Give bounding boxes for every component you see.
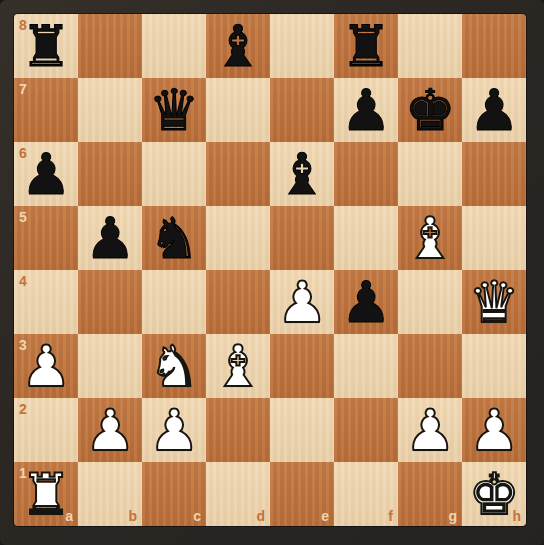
square-c4[interactable] <box>142 270 206 334</box>
square-e3[interactable] <box>270 334 334 398</box>
piece-black-pawn[interactable]: ♟ <box>84 206 135 270</box>
square-c3[interactable]: ♞ <box>142 334 206 398</box>
square-f3[interactable] <box>334 334 398 398</box>
file-label-e: e <box>321 509 329 523</box>
square-c8[interactable] <box>142 14 206 78</box>
piece-black-pawn[interactable]: ♟ <box>20 142 71 206</box>
piece-black-queen[interactable]: ♛ <box>148 78 199 142</box>
square-h1[interactable]: h♚ <box>462 462 526 526</box>
square-c6[interactable] <box>142 142 206 206</box>
square-d4[interactable] <box>206 270 270 334</box>
square-e6[interactable]: ♝ <box>270 142 334 206</box>
piece-black-knight[interactable]: ♞ <box>148 206 199 270</box>
square-d5[interactable] <box>206 206 270 270</box>
piece-white-queen[interactable]: ♛ <box>468 270 519 334</box>
square-a5[interactable]: 5 <box>14 206 78 270</box>
square-h7[interactable]: ♟ <box>462 78 526 142</box>
square-g6[interactable] <box>398 142 462 206</box>
square-g2[interactable]: ♟ <box>398 398 462 462</box>
square-a3[interactable]: 3♟ <box>14 334 78 398</box>
rank-label-4: 4 <box>19 274 27 288</box>
chess-board: 8♜♝♜7♛♟♚♟6♟♝5♟♞♝4♟♟♛3♟♞♝2♟♟♟♟1a♜bcdefgh♚ <box>14 14 526 526</box>
square-b8[interactable] <box>78 14 142 78</box>
square-e5[interactable] <box>270 206 334 270</box>
piece-white-rook[interactable]: ♜ <box>20 462 71 526</box>
square-f6[interactable] <box>334 142 398 206</box>
chess-board-frame: 8♜♝♜7♛♟♚♟6♟♝5♟♞♝4♟♟♛3♟♞♝2♟♟♟♟1a♜bcdefgh♚ <box>0 0 544 545</box>
square-a8[interactable]: 8♜ <box>14 14 78 78</box>
square-b6[interactable] <box>78 142 142 206</box>
piece-white-pawn[interactable]: ♟ <box>20 334 71 398</box>
square-f2[interactable] <box>334 398 398 462</box>
square-a4[interactable]: 4 <box>14 270 78 334</box>
piece-black-pawn[interactable]: ♟ <box>340 270 391 334</box>
square-d7[interactable] <box>206 78 270 142</box>
piece-white-bishop[interactable]: ♝ <box>212 334 263 398</box>
square-d8[interactable]: ♝ <box>206 14 270 78</box>
square-b1[interactable]: b <box>78 462 142 526</box>
piece-black-pawn[interactable]: ♟ <box>340 78 391 142</box>
piece-white-pawn[interactable]: ♟ <box>276 270 327 334</box>
square-h6[interactable] <box>462 142 526 206</box>
square-d1[interactable]: d <box>206 462 270 526</box>
square-h3[interactable] <box>462 334 526 398</box>
square-b3[interactable] <box>78 334 142 398</box>
piece-white-pawn[interactable]: ♟ <box>404 398 455 462</box>
file-label-f: f <box>388 509 393 523</box>
square-a7[interactable]: 7 <box>14 78 78 142</box>
square-d3[interactable]: ♝ <box>206 334 270 398</box>
square-f5[interactable] <box>334 206 398 270</box>
square-c1[interactable]: c <box>142 462 206 526</box>
square-f8[interactable]: ♜ <box>334 14 398 78</box>
square-h2[interactable]: ♟ <box>462 398 526 462</box>
square-a1[interactable]: 1a♜ <box>14 462 78 526</box>
piece-black-bishop[interactable]: ♝ <box>276 142 327 206</box>
square-e4[interactable]: ♟ <box>270 270 334 334</box>
square-g7[interactable]: ♚ <box>398 78 462 142</box>
square-a6[interactable]: 6♟ <box>14 142 78 206</box>
square-g3[interactable] <box>398 334 462 398</box>
square-h5[interactable] <box>462 206 526 270</box>
square-b2[interactable]: ♟ <box>78 398 142 462</box>
square-b4[interactable] <box>78 270 142 334</box>
piece-white-king[interactable]: ♚ <box>468 462 519 526</box>
square-e2[interactable] <box>270 398 334 462</box>
square-g1[interactable]: g <box>398 462 462 526</box>
piece-white-pawn[interactable]: ♟ <box>84 398 135 462</box>
piece-black-king[interactable]: ♚ <box>404 78 455 142</box>
file-label-d: d <box>256 509 265 523</box>
square-e8[interactable] <box>270 14 334 78</box>
piece-white-pawn[interactable]: ♟ <box>468 398 519 462</box>
square-d2[interactable] <box>206 398 270 462</box>
square-c7[interactable]: ♛ <box>142 78 206 142</box>
piece-white-pawn[interactable]: ♟ <box>148 398 199 462</box>
square-a2[interactable]: 2 <box>14 398 78 462</box>
file-label-g: g <box>448 509 457 523</box>
square-c5[interactable]: ♞ <box>142 206 206 270</box>
square-f7[interactable]: ♟ <box>334 78 398 142</box>
square-b5[interactable]: ♟ <box>78 206 142 270</box>
square-g4[interactable] <box>398 270 462 334</box>
piece-black-bishop[interactable]: ♝ <box>212 14 263 78</box>
piece-white-bishop[interactable]: ♝ <box>404 206 455 270</box>
square-h4[interactable]: ♛ <box>462 270 526 334</box>
piece-black-pawn[interactable]: ♟ <box>468 78 519 142</box>
square-g5[interactable]: ♝ <box>398 206 462 270</box>
square-c2[interactable]: ♟ <box>142 398 206 462</box>
square-f1[interactable]: f <box>334 462 398 526</box>
square-g8[interactable] <box>398 14 462 78</box>
piece-white-knight[interactable]: ♞ <box>148 334 199 398</box>
piece-black-rook[interactable]: ♜ <box>340 14 391 78</box>
rank-label-7: 7 <box>19 82 27 96</box>
file-label-c: c <box>193 509 201 523</box>
square-b7[interactable] <box>78 78 142 142</box>
piece-black-rook[interactable]: ♜ <box>20 14 71 78</box>
rank-label-2: 2 <box>19 402 27 416</box>
square-d6[interactable] <box>206 142 270 206</box>
file-label-b: b <box>128 509 137 523</box>
rank-label-5: 5 <box>19 210 27 224</box>
square-h8[interactable] <box>462 14 526 78</box>
square-f4[interactable]: ♟ <box>334 270 398 334</box>
square-e1[interactable]: e <box>270 462 334 526</box>
square-e7[interactable] <box>270 78 334 142</box>
